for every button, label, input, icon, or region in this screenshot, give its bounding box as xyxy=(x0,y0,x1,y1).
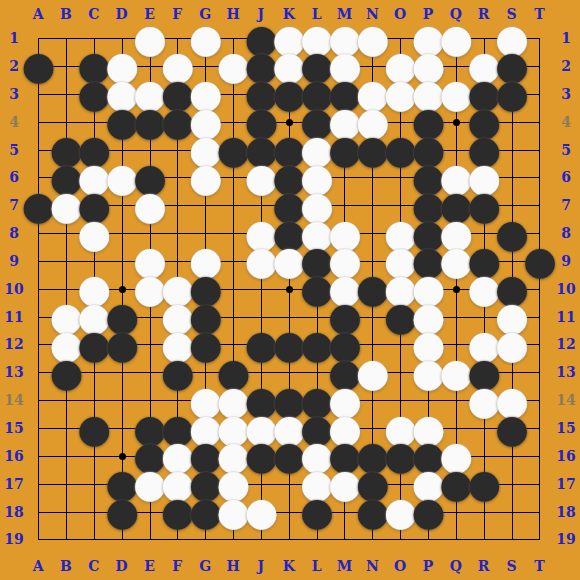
col-label-bottom-P: P xyxy=(416,558,440,574)
stone-black-L18: ● xyxy=(303,498,331,526)
col-label-bottom-O: O xyxy=(388,558,412,574)
intersection-R17[interactable]: ● xyxy=(470,470,498,498)
intersection-M19[interactable] xyxy=(331,526,359,554)
stone-white-N13: ● xyxy=(359,359,387,387)
intersection-D13[interactable] xyxy=(108,359,136,387)
stone-white-S12: ● xyxy=(498,331,526,359)
col-label-bottom-T: T xyxy=(527,558,551,574)
intersection-F19[interactable] xyxy=(164,526,192,554)
stone-black-D12: ● xyxy=(108,331,136,359)
col-label-top-O: O xyxy=(388,6,412,22)
intersection-F4[interactable]: ● xyxy=(164,108,192,136)
row-label-right-11: 11 xyxy=(554,309,578,325)
intersection-S15[interactable]: ● xyxy=(498,415,526,443)
col-label-bottom-A: A xyxy=(26,558,50,574)
intersection-S5[interactable] xyxy=(498,136,526,164)
stone-white-N1: ● xyxy=(359,25,387,53)
intersection-E13[interactable] xyxy=(136,359,164,387)
stone-white-C8: ● xyxy=(80,220,108,248)
intersection-A9[interactable] xyxy=(25,247,53,275)
intersection-F8[interactable] xyxy=(164,220,192,248)
col-label-bottom-E: E xyxy=(138,558,162,574)
stone-black-R7: ● xyxy=(470,192,498,220)
col-label-bottom-G: G xyxy=(193,558,217,574)
row-label-right-7: 7 xyxy=(554,197,578,213)
row-label-right-19: 19 xyxy=(554,531,578,547)
intersection-R7[interactable]: ● xyxy=(470,192,498,220)
intersection-S4[interactable] xyxy=(498,108,526,136)
row-label-right-15: 15 xyxy=(554,420,578,436)
intersection-D8[interactable] xyxy=(108,220,136,248)
stone-white-G1: ● xyxy=(192,25,220,53)
intersection-T2[interactable] xyxy=(526,52,554,80)
intersection-B13[interactable]: ● xyxy=(52,359,80,387)
row-label-left-15: 15 xyxy=(2,420,26,436)
row-label-right-1: 1 xyxy=(554,30,578,46)
col-label-top-H: H xyxy=(221,6,245,22)
stone-white-G6: ● xyxy=(192,164,220,192)
intersection-H10[interactable] xyxy=(220,275,248,303)
intersection-R15[interactable] xyxy=(470,415,498,443)
intersection-A17[interactable] xyxy=(25,470,53,498)
col-label-bottom-B: B xyxy=(54,558,78,574)
stone-white-E17: ● xyxy=(136,470,164,498)
intersection-R19[interactable] xyxy=(470,526,498,554)
intersection-Q18[interactable] xyxy=(442,498,470,526)
stone-black-R17: ● xyxy=(470,470,498,498)
stone-white-J18: ● xyxy=(247,498,275,526)
intersection-B19[interactable] xyxy=(52,526,80,554)
stone-black-S15: ● xyxy=(498,415,526,443)
intersection-D19[interactable] xyxy=(108,526,136,554)
intersection-D12[interactable]: ● xyxy=(108,331,136,359)
stone-white-M17: ● xyxy=(331,470,359,498)
row-label-right-4: 4 xyxy=(554,114,578,130)
stone-black-G18: ● xyxy=(192,498,220,526)
row-label-left-13: 13 xyxy=(2,364,26,380)
stone-black-F18: ● xyxy=(164,498,192,526)
intersection-T16[interactable] xyxy=(526,442,554,470)
intersection-T13[interactable] xyxy=(526,359,554,387)
intersection-D6[interactable]: ● xyxy=(108,164,136,192)
intersection-S17[interactable] xyxy=(498,470,526,498)
stone-black-D4: ● xyxy=(108,108,136,136)
row-label-left-12: 12 xyxy=(2,336,26,352)
intersection-D18[interactable]: ● xyxy=(108,498,136,526)
intersection-N11[interactable] xyxy=(359,303,387,331)
stone-black-L10: ● xyxy=(303,275,331,303)
intersection-J10[interactable] xyxy=(247,275,275,303)
intersection-O19[interactable] xyxy=(387,526,415,554)
intersection-A18[interactable] xyxy=(25,498,53,526)
stone-black-M5: ● xyxy=(331,136,359,164)
stone-black-F13: ● xyxy=(164,359,192,387)
row-label-left-9: 9 xyxy=(2,253,26,269)
intersection-N13[interactable]: ● xyxy=(359,359,387,387)
col-label-top-D: D xyxy=(110,6,134,22)
row-label-left-3: 3 xyxy=(2,86,26,102)
row-label-right-12: 12 xyxy=(554,336,578,352)
intersection-B18[interactable] xyxy=(52,498,80,526)
row-label-right-16: 16 xyxy=(554,448,578,464)
row-label-left-14: 14 xyxy=(2,392,26,408)
intersection-D9[interactable] xyxy=(108,247,136,275)
intersection-D15[interactable] xyxy=(108,415,136,443)
row-label-right-5: 5 xyxy=(554,142,578,158)
col-label-bottom-N: N xyxy=(360,558,384,574)
intersection-E19[interactable] xyxy=(136,526,164,554)
intersection-F7[interactable] xyxy=(164,192,192,220)
intersection-F5[interactable] xyxy=(164,136,192,164)
intersection-F13[interactable]: ● xyxy=(164,359,192,387)
intersection-T19[interactable] xyxy=(526,526,554,554)
intersection-R10[interactable]: ● xyxy=(470,275,498,303)
intersection-S16[interactable] xyxy=(498,442,526,470)
intersection-B17[interactable] xyxy=(52,470,80,498)
intersection-T4[interactable] xyxy=(526,108,554,136)
intersection-E7[interactable]: ● xyxy=(136,192,164,220)
intersection-C19[interactable] xyxy=(80,526,108,554)
intersection-A3[interactable] xyxy=(25,80,53,108)
stone-black-D18: ● xyxy=(108,498,136,526)
intersection-N5[interactable]: ● xyxy=(359,136,387,164)
stone-black-L12: ● xyxy=(303,331,331,359)
col-label-bottom-D: D xyxy=(110,558,134,574)
intersection-S8[interactable]: ● xyxy=(498,220,526,248)
intersection-A15[interactable] xyxy=(25,415,53,443)
intersection-P19[interactable] xyxy=(415,526,443,554)
intersection-E1[interactable]: ● xyxy=(136,25,164,53)
intersection-Q19[interactable] xyxy=(442,526,470,554)
intersection-N18[interactable]: ● xyxy=(359,498,387,526)
col-label-top-T: T xyxy=(527,6,551,22)
intersection-G1[interactable]: ● xyxy=(192,25,220,53)
row-label-right-14: 14 xyxy=(554,392,578,408)
intersection-C8[interactable]: ● xyxy=(80,220,108,248)
col-label-top-C: C xyxy=(82,6,106,22)
intersection-A16[interactable] xyxy=(25,442,53,470)
intersection-N7[interactable] xyxy=(359,192,387,220)
intersection-T5[interactable] xyxy=(526,136,554,164)
intersection-D4[interactable]: ● xyxy=(108,108,136,136)
row-label-right-18: 18 xyxy=(554,504,578,520)
intersection-P18[interactable]: ● xyxy=(415,498,443,526)
intersection-E11[interactable] xyxy=(136,303,164,331)
intersection-S18[interactable] xyxy=(498,498,526,526)
row-label-left-10: 10 xyxy=(2,281,26,297)
intersection-N6[interactable] xyxy=(359,164,387,192)
intersection-S12[interactable]: ● xyxy=(498,331,526,359)
intersection-T18[interactable] xyxy=(526,498,554,526)
row-label-left-11: 11 xyxy=(2,309,26,325)
col-label-bottom-M: M xyxy=(332,558,356,574)
intersection-K19[interactable] xyxy=(275,526,303,554)
stone-black-N10: ● xyxy=(359,275,387,303)
stone-black-P18: ● xyxy=(415,498,443,526)
row-label-right-17: 17 xyxy=(554,476,578,492)
intersection-C15[interactable]: ● xyxy=(80,415,108,443)
col-label-bottom-L: L xyxy=(305,558,329,574)
row-label-left-19: 19 xyxy=(2,531,26,547)
stone-white-D6: ● xyxy=(108,164,136,192)
row-label-right-3: 3 xyxy=(554,86,578,102)
intersection-E18[interactable] xyxy=(136,498,164,526)
intersection-T14[interactable] xyxy=(526,387,554,415)
intersection-D14[interactable] xyxy=(108,387,136,415)
row-label-left-16: 16 xyxy=(2,448,26,464)
intersection-T6[interactable] xyxy=(526,164,554,192)
intersection-S6[interactable] xyxy=(498,164,526,192)
col-label-bottom-Q: Q xyxy=(444,558,468,574)
intersection-A8[interactable] xyxy=(25,220,53,248)
intersection-N10[interactable]: ● xyxy=(359,275,387,303)
stone-white-R10: ● xyxy=(470,275,498,303)
intersection-T17[interactable] xyxy=(526,470,554,498)
stone-black-C15: ● xyxy=(80,415,108,443)
stone-black-T9: ● xyxy=(526,247,554,275)
stone-black-N5: ● xyxy=(359,136,387,164)
col-label-top-R: R xyxy=(472,6,496,22)
intersection-A14[interactable] xyxy=(25,387,53,415)
stone-black-E4: ● xyxy=(136,108,164,136)
col-label-bottom-S: S xyxy=(500,558,524,574)
stone-black-F4: ● xyxy=(164,108,192,136)
intersection-L19[interactable] xyxy=(303,526,331,554)
intersection-M6[interactable] xyxy=(331,164,359,192)
intersection-G19[interactable] xyxy=(192,526,220,554)
intersection-S19[interactable] xyxy=(498,526,526,554)
col-label-top-B: B xyxy=(54,6,78,22)
intersection-T1[interactable] xyxy=(526,25,554,53)
row-label-right-13: 13 xyxy=(554,364,578,380)
row-label-left-4: 4 xyxy=(2,114,26,130)
row-label-right-10: 10 xyxy=(554,281,578,297)
intersection-E4[interactable]: ● xyxy=(136,108,164,136)
intersection-T10[interactable] xyxy=(526,275,554,303)
col-label-bottom-R: R xyxy=(472,558,496,574)
intersection-L10[interactable]: ● xyxy=(303,275,331,303)
intersection-T9[interactable]: ● xyxy=(526,247,554,275)
col-label-bottom-K: K xyxy=(277,558,301,574)
intersection-F6[interactable] xyxy=(164,164,192,192)
intersection-T15[interactable] xyxy=(526,415,554,443)
go-board-screenshot: ABCDEFGHJKLMNOPQRST ABCDEFGHJKLMNOPQRST … xyxy=(0,0,580,580)
intersection-E10[interactable]: ● xyxy=(136,275,164,303)
intersection-N8[interactable] xyxy=(359,220,387,248)
stone-black-B13: ● xyxy=(52,359,80,387)
intersection-F18[interactable]: ● xyxy=(164,498,192,526)
col-label-bottom-F: F xyxy=(165,558,189,574)
col-label-bottom-J: J xyxy=(249,558,273,574)
intersection-T12[interactable] xyxy=(526,331,554,359)
stone-white-R14: ● xyxy=(470,387,498,415)
intersection-T3[interactable] xyxy=(526,80,554,108)
intersection-L18[interactable]: ● xyxy=(303,498,331,526)
col-label-bottom-H: H xyxy=(221,558,245,574)
intersection-G12[interactable]: ● xyxy=(192,331,220,359)
intersection-A2[interactable]: ● xyxy=(25,52,53,80)
intersection-M18[interactable] xyxy=(331,498,359,526)
stone-white-E1: ● xyxy=(136,25,164,53)
stone-black-S3: ● xyxy=(498,80,526,108)
stone-black-G12: ● xyxy=(192,331,220,359)
stone-white-E7: ● xyxy=(136,192,164,220)
intersection-E12[interactable] xyxy=(136,331,164,359)
intersection-R18[interactable] xyxy=(470,498,498,526)
intersection-H19[interactable] xyxy=(220,526,248,554)
intersection-N1[interactable]: ● xyxy=(359,25,387,53)
intersection-J18[interactable]: ● xyxy=(247,498,275,526)
row-label-right-9: 9 xyxy=(554,253,578,269)
intersection-L12[interactable]: ● xyxy=(303,331,331,359)
row-label-right-6: 6 xyxy=(554,169,578,185)
intersection-B16[interactable] xyxy=(52,442,80,470)
row-label-right-8: 8 xyxy=(554,225,578,241)
stone-black-S8: ● xyxy=(498,220,526,248)
stone-white-E10: ● xyxy=(136,275,164,303)
intersection-T11[interactable] xyxy=(526,303,554,331)
intersection-G6[interactable]: ● xyxy=(192,164,220,192)
row-label-left-18: 18 xyxy=(2,504,26,520)
intersection-E17[interactable]: ● xyxy=(136,470,164,498)
intersection-R14[interactable]: ● xyxy=(470,387,498,415)
intersection-T7[interactable] xyxy=(526,192,554,220)
intersection-D7[interactable] xyxy=(108,192,136,220)
row-label-left-17: 17 xyxy=(2,476,26,492)
intersection-N19[interactable] xyxy=(359,526,387,554)
intersection-M17[interactable]: ● xyxy=(331,470,359,498)
intersection-M5[interactable]: ● xyxy=(331,136,359,164)
col-label-top-F: F xyxy=(165,6,189,22)
intersection-G7[interactable] xyxy=(192,192,220,220)
stone-black-A2: ● xyxy=(25,52,53,80)
intersection-N14[interactable] xyxy=(359,387,387,415)
col-label-bottom-C: C xyxy=(82,558,106,574)
col-label-top-A: A xyxy=(26,6,50,22)
stone-black-N18: ● xyxy=(359,498,387,526)
intersection-C13[interactable] xyxy=(80,359,108,387)
intersection-S3[interactable]: ● xyxy=(498,80,526,108)
row-label-right-2: 2 xyxy=(554,58,578,74)
intersection-A19[interactable] xyxy=(25,526,53,554)
intersection-G18[interactable]: ● xyxy=(192,498,220,526)
intersection-J19[interactable] xyxy=(247,526,275,554)
row-label-left-5: 5 xyxy=(2,142,26,158)
